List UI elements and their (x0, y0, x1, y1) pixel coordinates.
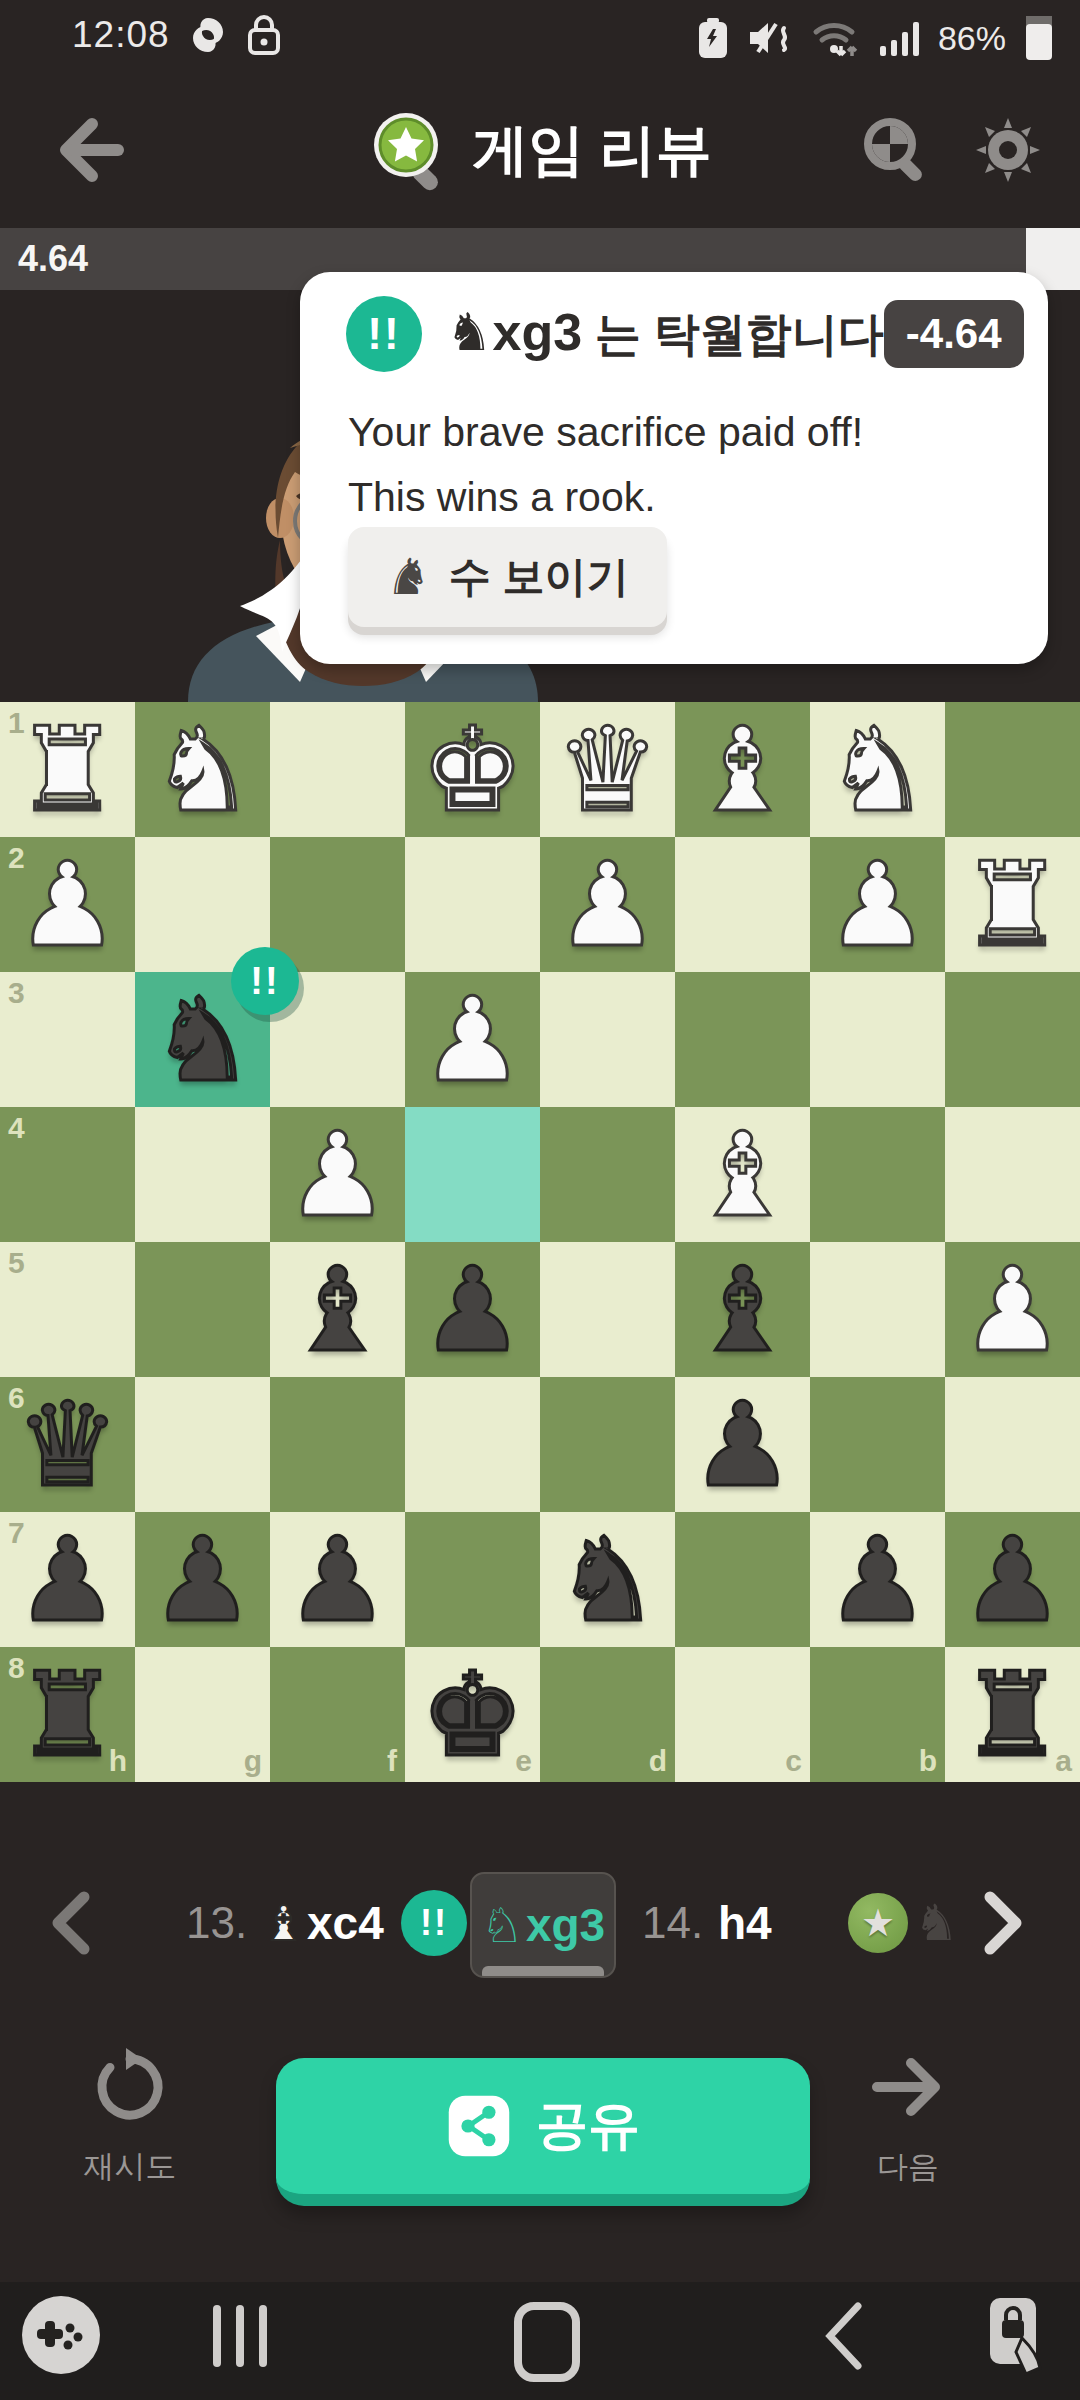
rank-label-4: 4 (8, 1111, 25, 1145)
rank-label-7: 7 (8, 1516, 25, 1550)
square-h6[interactable]: ♛6 (0, 1377, 135, 1512)
chess-board[interactable]: ♜1♞♚♛♝♞♟2♟♟♜3♞♟4♟♝5♝♟♝♟♛6♟♟7♟♟♞♟♟♜8hgf♚e… (0, 702, 1080, 1782)
white-r-a2: ♜ (945, 837, 1080, 972)
square-h7[interactable]: ♟7 (0, 1512, 135, 1647)
app-header: 게임 리뷰 (0, 72, 1080, 228)
square-c5[interactable]: ♝ (675, 1242, 810, 1377)
square-e6[interactable] (405, 1377, 540, 1512)
square-b3[interactable] (810, 972, 945, 1107)
white-b-c4: ♝ (675, 1107, 810, 1242)
white-n-b1: ♞ (810, 702, 945, 837)
square-h5[interactable]: 5 (0, 1242, 135, 1377)
white-p-a5: ♟ (945, 1242, 1080, 1377)
best-move-star-icon: ★ (848, 1868, 908, 1978)
move-bar: 13. ♝ xc4 !! ♘ xg3 14. h4 ★ ♞ (0, 1868, 1080, 1978)
square-d1[interactable]: ♛ (540, 702, 675, 837)
square-e8[interactable]: ♚e (405, 1647, 540, 1782)
rank-label-2: 2 (8, 841, 25, 875)
speech-bubble-tail (240, 556, 304, 672)
square-a2[interactable]: ♜ (945, 837, 1080, 972)
next-move-button[interactable] (980, 1868, 1028, 1978)
black-b-c5: ♝ (675, 1242, 810, 1377)
evaluation-score: 4.64 (18, 228, 88, 290)
square-a7[interactable]: ♟ (945, 1512, 1080, 1647)
status-bar: 12:08 (0, 0, 1080, 72)
retry-icon (89, 2046, 171, 2128)
square-h2[interactable]: ♟2 (0, 837, 135, 972)
share-icon (446, 2093, 512, 2159)
touch-lock-button[interactable] (986, 2294, 1046, 2376)
square-g6[interactable] (135, 1377, 270, 1512)
square-g1[interactable]: ♞ (135, 702, 270, 837)
black-p-g7: ♟ (135, 1512, 270, 1647)
knight-icon: ♞ (386, 552, 431, 602)
square-h1[interactable]: ♜1 (0, 702, 135, 837)
square-b2[interactable]: ♟ (810, 837, 945, 972)
file-label-g: g (244, 1744, 262, 1778)
knight-icon: ♘ (481, 1897, 524, 1953)
square-f5[interactable]: ♝ (270, 1242, 405, 1377)
prev-move-button[interactable] (46, 1868, 94, 1978)
black-p-b7: ♟ (810, 1512, 945, 1647)
show-moves-button[interactable]: ♞ 수 보이기 (348, 527, 667, 627)
analysis-search-icon[interactable] (858, 112, 934, 188)
square-c6[interactable]: ♟ (675, 1377, 810, 1512)
white-k-e1: ♚ (405, 702, 540, 837)
file-label-h: h (109, 1744, 127, 1778)
square-c3[interactable] (675, 972, 810, 1107)
file-label-e: e (515, 1744, 532, 1778)
move-number-13: 13. (186, 1868, 247, 1978)
square-g8[interactable]: g (135, 1647, 270, 1782)
wifi-icon (810, 16, 862, 60)
square-h4[interactable]: 4 (0, 1107, 135, 1242)
selected-move-chip[interactable]: ♘ xg3 (470, 1872, 616, 1978)
square-a4[interactable] (945, 1107, 1080, 1242)
square-f2[interactable] (270, 837, 405, 972)
battery-saver-icon (696, 16, 730, 60)
white-p-b2: ♟ (810, 837, 945, 972)
knight-move-text: ♞xg3 (446, 303, 582, 361)
square-a8[interactable]: ♜a (945, 1647, 1080, 1782)
black-p-c6: ♟ (675, 1377, 810, 1512)
square-a5[interactable]: ♟ (945, 1242, 1080, 1377)
square-c1[interactable]: ♝ (675, 702, 810, 837)
white-p-f4: ♟ (270, 1107, 405, 1242)
rank-label-8: 8 (8, 1651, 25, 1685)
white-p-e3: ♟ (405, 972, 540, 1107)
square-b4[interactable] (810, 1107, 945, 1242)
brilliant-move-icon: !! (346, 296, 422, 372)
square-c7[interactable] (675, 1512, 810, 1647)
square-a1[interactable] (945, 702, 1080, 837)
move-number-14: 14. (642, 1868, 703, 1978)
battery-percent: 86% (938, 19, 1006, 58)
square-h3[interactable]: 3 (0, 972, 135, 1107)
black-p-f7: ♟ (270, 1512, 405, 1647)
black-p-a7: ♟ (945, 1512, 1080, 1647)
square-g7[interactable]: ♟ (135, 1512, 270, 1647)
square-g4[interactable] (135, 1107, 270, 1242)
game-tools-button[interactable] (22, 2296, 100, 2374)
white-n-g1: ♞ (135, 702, 270, 837)
signal-icon (878, 16, 922, 60)
file-label-f: f (387, 1744, 397, 1778)
recents-button[interactable] (213, 2305, 267, 2367)
file-label-b: b (919, 1744, 937, 1778)
bishop-icon: ♝ (262, 1895, 305, 1951)
square-e7[interactable] (405, 1512, 540, 1647)
evaluation-badge: -4.64 (884, 300, 1024, 368)
clock: 12:08 (72, 14, 170, 56)
square-d2[interactable]: ♟ (540, 837, 675, 972)
square-d8[interactable]: d (540, 1647, 675, 1782)
square-h8[interactable]: ♜8h (0, 1647, 135, 1782)
square-b8[interactable]: b (810, 1647, 945, 1782)
square-b5[interactable] (810, 1242, 945, 1377)
brilliant-badge-movebar: !! (401, 1868, 467, 1978)
next-control[interactable]: 다음 (828, 2046, 988, 2188)
white-b-c1: ♝ (675, 702, 810, 837)
square-d3[interactable] (540, 972, 675, 1107)
coach-title: ♞xg3 는 탁월합니다 (446, 302, 884, 366)
square-b1[interactable]: ♞ (810, 702, 945, 837)
square-e4[interactable] (405, 1107, 540, 1242)
square-f4[interactable]: ♟ (270, 1107, 405, 1242)
file-label-a: a (1055, 1744, 1072, 1778)
retry-control[interactable]: 재시도 (50, 2046, 210, 2188)
share-button[interactable]: 공유 (276, 2058, 810, 2206)
square-b6[interactable] (810, 1377, 945, 1512)
settings-gear-icon[interactable] (970, 112, 1046, 188)
square-e1[interactable]: ♚ (405, 702, 540, 837)
move-13-white[interactable]: ♝ xc4 (262, 1868, 384, 1978)
swirl-notification-icon (188, 15, 228, 55)
square-f6[interactable] (270, 1377, 405, 1512)
white-q-d1: ♛ (540, 702, 675, 837)
page-title: 게임 리뷰 (472, 113, 712, 189)
next-arrow-icon (867, 2046, 949, 2128)
square-d6[interactable] (540, 1377, 675, 1512)
game-review-screen: 12:08 (0, 0, 1080, 2400)
rank-label-5: 5 (8, 1246, 25, 1280)
black-b-f5: ♝ (270, 1242, 405, 1377)
black-p-e5: ♟ (405, 1242, 540, 1377)
mute-vibrate-icon (746, 16, 794, 60)
square-e5[interactable]: ♟ (405, 1242, 540, 1377)
move-14-white[interactable]: h4 (718, 1868, 772, 1978)
lock-icon (246, 14, 282, 56)
rank-label-3: 3 (8, 976, 25, 1010)
faded-next-move: ♞ (914, 1868, 959, 1978)
square-d4[interactable] (540, 1107, 675, 1242)
coach-speech-bubble: !! ♞xg3 는 탁월합니다 -4.64 Your brave sacrifi… (300, 272, 1048, 664)
battery-icon (1022, 14, 1056, 62)
file-label-c: c (785, 1744, 802, 1778)
nav-back-button[interactable] (822, 2302, 866, 2370)
square-f7[interactable]: ♟ (270, 1512, 405, 1647)
square-g5[interactable] (135, 1242, 270, 1377)
square-c4[interactable]: ♝ (675, 1107, 810, 1242)
square-d7[interactable]: ♞ (540, 1512, 675, 1647)
square-f8[interactable]: f (270, 1647, 405, 1782)
coach-comment: Your brave sacrifice paid off! This wins… (348, 400, 1008, 530)
square-f1[interactable] (270, 702, 405, 837)
game-review-logo-icon (368, 109, 452, 193)
square-d5[interactable] (540, 1242, 675, 1377)
square-b7[interactable]: ♟ (810, 1512, 945, 1647)
rank-label-6: 6 (8, 1381, 25, 1415)
brilliant-badge-g3: !! (231, 947, 299, 1015)
square-c2[interactable] (675, 837, 810, 972)
square-e3[interactable]: ♟ (405, 972, 540, 1107)
rank-label-1: 1 (8, 706, 25, 740)
square-c8[interactable]: c (675, 1647, 810, 1782)
square-a6[interactable] (945, 1377, 1080, 1512)
black-n-d7: ♞ (540, 1512, 675, 1647)
file-label-d: d (649, 1744, 667, 1778)
square-e2[interactable] (405, 837, 540, 972)
white-p-d2: ♟ (540, 837, 675, 972)
square-a3[interactable] (945, 972, 1080, 1107)
home-button[interactable] (514, 2302, 580, 2382)
